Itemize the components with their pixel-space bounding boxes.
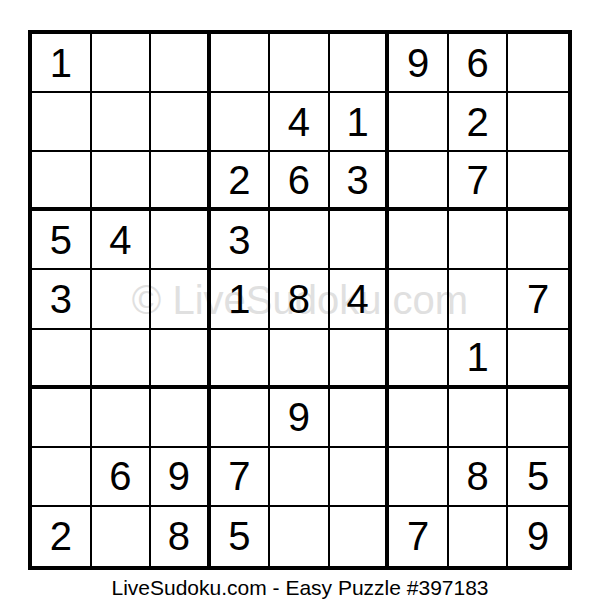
cell-r6c6[interactable] bbox=[330, 330, 390, 389]
cell-r6c4[interactable] bbox=[211, 330, 271, 389]
cell-r3c5[interactable]: 6 bbox=[270, 152, 330, 211]
cell-r7c2[interactable] bbox=[92, 389, 152, 448]
cell-r7c8[interactable] bbox=[449, 389, 509, 448]
cell-r1c6[interactable] bbox=[330, 34, 390, 93]
cell-r1c7[interactable]: 9 bbox=[389, 34, 449, 93]
cell-r1c4[interactable] bbox=[211, 34, 271, 93]
cell-r4c5[interactable] bbox=[270, 211, 330, 270]
cell-r2c5[interactable]: 4 bbox=[270, 93, 330, 152]
cell-r3c2[interactable] bbox=[92, 152, 152, 211]
cell-r8c3[interactable]: 9 bbox=[151, 448, 211, 507]
cell-r8c5[interactable] bbox=[270, 448, 330, 507]
cell-r9c6[interactable] bbox=[330, 507, 390, 566]
cell-r7c4[interactable] bbox=[211, 389, 271, 448]
cell-r7c3[interactable] bbox=[151, 389, 211, 448]
cell-r3c8[interactable]: 7 bbox=[449, 152, 509, 211]
cell-r3c9[interactable] bbox=[508, 152, 568, 211]
cell-r8c1[interactable] bbox=[32, 448, 92, 507]
cell-r8c2[interactable]: 6 bbox=[92, 448, 152, 507]
cell-r7c7[interactable] bbox=[389, 389, 449, 448]
cell-r4c4[interactable]: 3 bbox=[211, 211, 271, 270]
cell-r8c6[interactable] bbox=[330, 448, 390, 507]
cell-r9c2[interactable] bbox=[92, 507, 152, 566]
cell-r2c7[interactable] bbox=[389, 93, 449, 152]
cell-r1c2[interactable] bbox=[92, 34, 152, 93]
cell-r9c9[interactable]: 9 bbox=[508, 507, 568, 566]
cell-r2c2[interactable] bbox=[92, 93, 152, 152]
cell-r9c4[interactable]: 5 bbox=[211, 507, 271, 566]
cell-r7c5[interactable]: 9 bbox=[270, 389, 330, 448]
cell-r4c3[interactable] bbox=[151, 211, 211, 270]
cell-r5c4[interactable]: 1 bbox=[211, 270, 271, 329]
cell-r1c9[interactable] bbox=[508, 34, 568, 93]
cell-r2c8[interactable]: 2 bbox=[449, 93, 509, 152]
cell-r5c9[interactable]: 7 bbox=[508, 270, 568, 329]
cell-r9c7[interactable]: 7 bbox=[389, 507, 449, 566]
cell-r1c5[interactable] bbox=[270, 34, 330, 93]
cell-r5c2[interactable] bbox=[92, 270, 152, 329]
cell-r8c7[interactable] bbox=[389, 448, 449, 507]
cell-r6c3[interactable] bbox=[151, 330, 211, 389]
cell-r5c3[interactable] bbox=[151, 270, 211, 329]
cell-r5c8[interactable] bbox=[449, 270, 509, 329]
cell-r4c6[interactable] bbox=[330, 211, 390, 270]
cell-r5c5[interactable]: 8 bbox=[270, 270, 330, 329]
cell-r9c1[interactable]: 2 bbox=[32, 507, 92, 566]
cell-r2c1[interactable] bbox=[32, 93, 92, 152]
cell-r7c6[interactable] bbox=[330, 389, 390, 448]
cell-r9c8[interactable] bbox=[449, 507, 509, 566]
puzzle-caption: LiveSudoku.com - Easy Puzzle #397183 bbox=[0, 576, 600, 600]
cell-r2c6[interactable]: 1 bbox=[330, 93, 390, 152]
cell-r8c4[interactable]: 7 bbox=[211, 448, 271, 507]
cell-r8c9[interactable]: 5 bbox=[508, 448, 568, 507]
cell-r3c4[interactable]: 2 bbox=[211, 152, 271, 211]
cell-r7c1[interactable] bbox=[32, 389, 92, 448]
cell-r3c3[interactable] bbox=[151, 152, 211, 211]
cell-r4c9[interactable] bbox=[508, 211, 568, 270]
cell-r4c2[interactable]: 4 bbox=[92, 211, 152, 270]
cell-r9c5[interactable] bbox=[270, 507, 330, 566]
cell-r2c9[interactable] bbox=[508, 93, 568, 152]
cell-r3c6[interactable]: 3 bbox=[330, 152, 390, 211]
cell-r6c5[interactable] bbox=[270, 330, 330, 389]
cell-r3c7[interactable] bbox=[389, 152, 449, 211]
sudoku-page: © LiveSudoku.com 19641226375433184719697… bbox=[0, 0, 600, 615]
cell-r6c1[interactable] bbox=[32, 330, 92, 389]
cell-r2c3[interactable] bbox=[151, 93, 211, 152]
cell-r4c7[interactable] bbox=[389, 211, 449, 270]
cell-r3c1[interactable] bbox=[32, 152, 92, 211]
cell-r8c8[interactable]: 8 bbox=[449, 448, 509, 507]
cell-r6c9[interactable] bbox=[508, 330, 568, 389]
cell-r9c3[interactable]: 8 bbox=[151, 507, 211, 566]
cell-r6c8[interactable]: 1 bbox=[449, 330, 509, 389]
cell-r2c4[interactable] bbox=[211, 93, 271, 152]
cell-r5c1[interactable]: 3 bbox=[32, 270, 92, 329]
cell-r4c1[interactable]: 5 bbox=[32, 211, 92, 270]
cell-r1c1[interactable]: 1 bbox=[32, 34, 92, 93]
cell-r1c3[interactable] bbox=[151, 34, 211, 93]
cell-r1c8[interactable]: 6 bbox=[449, 34, 509, 93]
cell-r5c7[interactable] bbox=[389, 270, 449, 329]
cell-r6c2[interactable] bbox=[92, 330, 152, 389]
cell-r6c7[interactable] bbox=[389, 330, 449, 389]
cell-r4c8[interactable] bbox=[449, 211, 509, 270]
sudoku-grid: 196412263754331847196978528579 bbox=[32, 34, 568, 566]
cell-r7c9[interactable] bbox=[508, 389, 568, 448]
cell-r5c6[interactable]: 4 bbox=[330, 270, 390, 329]
sudoku-board: © LiveSudoku.com 19641226375433184719697… bbox=[28, 30, 572, 570]
